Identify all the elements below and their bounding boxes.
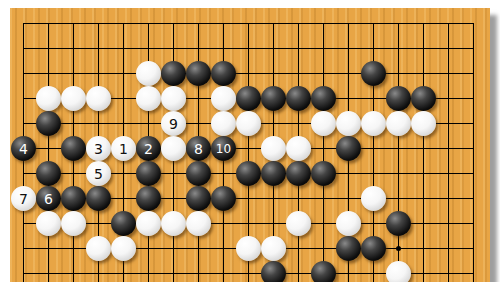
grid-vline xyxy=(323,23,324,282)
page: 94312810576 xyxy=(0,0,500,282)
stone-black-1-4 xyxy=(36,111,61,136)
move-number-label: 10 xyxy=(216,143,231,155)
stone-black-11-6 xyxy=(286,161,311,186)
move-number-label: 2 xyxy=(144,142,153,156)
stone-black-8-2 xyxy=(211,61,236,86)
stone-black-2-7 xyxy=(61,186,86,211)
stone-white-5-2 xyxy=(136,61,161,86)
stone-white-14-7 xyxy=(361,186,386,211)
stone-white-4-9 xyxy=(111,236,136,261)
stone-white-9-4 xyxy=(236,111,261,136)
stone-white-10-9 xyxy=(261,236,286,261)
stone-white-11-8 xyxy=(286,211,311,236)
stone-black-12-3 xyxy=(311,86,336,111)
stone-black-10-3 xyxy=(261,86,286,111)
stone-white-0-7: 7 xyxy=(11,186,36,211)
stone-white-5-8 xyxy=(136,211,161,236)
stone-black-5-7 xyxy=(136,186,161,211)
stone-white-3-6: 5 xyxy=(86,161,111,186)
stone-white-2-3 xyxy=(61,86,86,111)
stone-white-16-4 xyxy=(411,111,436,136)
stone-black-0-5: 4 xyxy=(11,136,36,161)
move-number-label: 5 xyxy=(94,167,103,181)
stone-black-7-2 xyxy=(186,61,211,86)
grid-vline xyxy=(473,23,474,282)
stone-black-13-5 xyxy=(336,136,361,161)
stone-white-7-8 xyxy=(186,211,211,236)
stone-black-9-6 xyxy=(236,161,261,186)
stone-white-9-9 xyxy=(236,236,261,261)
stone-black-7-7 xyxy=(186,186,211,211)
stone-white-12-4 xyxy=(311,111,336,136)
stone-black-3-7 xyxy=(86,186,111,211)
stone-black-10-6 xyxy=(261,161,286,186)
stone-black-12-6 xyxy=(311,161,336,186)
stone-white-8-3 xyxy=(211,86,236,111)
stone-black-14-2 xyxy=(361,61,386,86)
grid-vline xyxy=(48,23,49,282)
stone-black-7-5: 8 xyxy=(186,136,211,161)
stone-black-9-3 xyxy=(236,86,261,111)
stone-white-1-8 xyxy=(36,211,61,236)
stone-white-14-4 xyxy=(361,111,386,136)
stone-black-15-3 xyxy=(386,86,411,111)
move-number-label: 3 xyxy=(94,142,103,156)
stone-white-15-4 xyxy=(386,111,411,136)
grid-vline xyxy=(423,23,424,282)
stone-white-6-5 xyxy=(161,136,186,161)
grid-hline xyxy=(23,73,474,74)
stone-black-7-6 xyxy=(186,161,211,186)
move-number-label: 4 xyxy=(19,142,28,156)
grid-vline xyxy=(398,23,399,282)
stone-black-11-3 xyxy=(286,86,311,111)
stone-white-1-3 xyxy=(36,86,61,111)
stone-black-13-9 xyxy=(336,236,361,261)
stone-black-2-5 xyxy=(61,136,86,161)
stone-black-10-10 xyxy=(261,261,286,282)
stone-black-5-6 xyxy=(136,161,161,186)
stone-white-10-5 xyxy=(261,136,286,161)
stone-white-2-8 xyxy=(61,211,86,236)
move-number-label: 7 xyxy=(19,192,28,206)
stone-white-13-4 xyxy=(336,111,361,136)
stone-black-8-7 xyxy=(211,186,236,211)
stone-black-16-3 xyxy=(411,86,436,111)
move-number-label: 6 xyxy=(44,192,53,206)
stone-white-3-3 xyxy=(86,86,111,111)
stone-white-3-9 xyxy=(86,236,111,261)
stone-white-6-4: 9 xyxy=(161,111,186,136)
move-number-label: 9 xyxy=(169,117,178,131)
stone-black-6-2 xyxy=(161,61,186,86)
stone-black-14-9 xyxy=(361,236,386,261)
stone-black-12-10 xyxy=(311,261,336,282)
stone-white-11-5 xyxy=(286,136,311,161)
stone-white-3-5: 3 xyxy=(86,136,111,161)
stone-white-6-8 xyxy=(161,211,186,236)
stone-white-13-8 xyxy=(336,211,361,236)
stone-black-8-5: 10 xyxy=(211,136,236,161)
go-board[interactable]: 94312810576 xyxy=(10,8,490,282)
stone-black-5-5: 2 xyxy=(136,136,161,161)
stone-black-15-8 xyxy=(386,211,411,236)
stone-white-8-4 xyxy=(211,111,236,136)
stone-white-4-5: 1 xyxy=(111,136,136,161)
grid-vline xyxy=(448,23,449,282)
stone-black-1-6 xyxy=(36,161,61,186)
star-point xyxy=(396,246,401,251)
stone-white-6-3 xyxy=(161,86,186,111)
stone-white-15-10 xyxy=(386,261,411,282)
move-number-label: 8 xyxy=(194,142,203,156)
stone-white-5-3 xyxy=(136,86,161,111)
stone-black-1-7: 6 xyxy=(36,186,61,211)
stone-black-4-8 xyxy=(111,211,136,236)
move-number-label: 1 xyxy=(119,142,128,156)
grid-hline xyxy=(23,23,474,24)
grid-hline xyxy=(23,48,474,49)
